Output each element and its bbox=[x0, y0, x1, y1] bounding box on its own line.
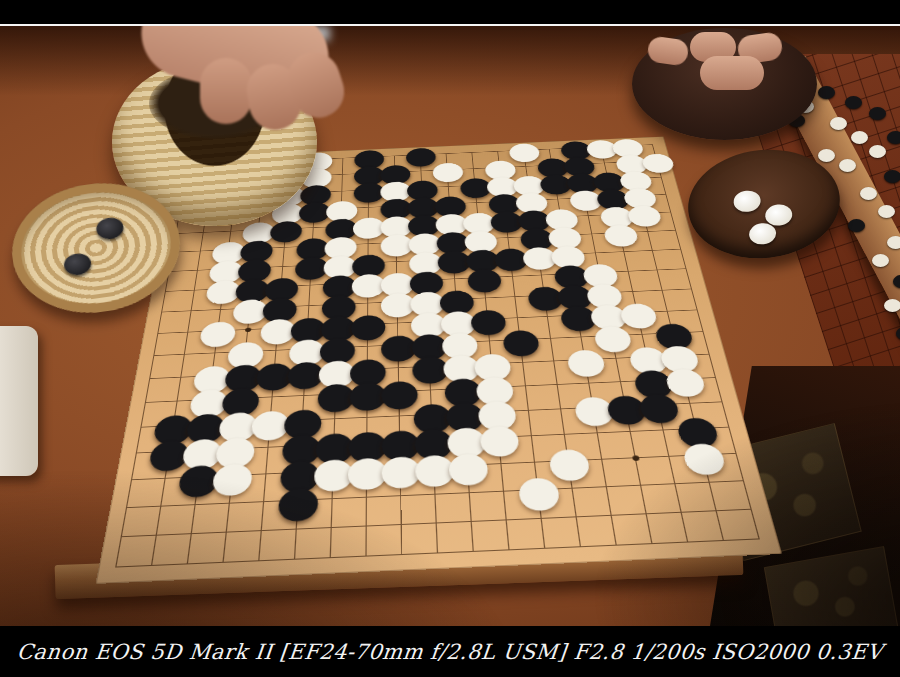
side-white-stone bbox=[872, 254, 889, 267]
star-point bbox=[632, 455, 640, 461]
captured-black-stone[interactable] bbox=[63, 251, 93, 276]
side-white-stone bbox=[860, 187, 877, 200]
side-white-stone bbox=[830, 117, 847, 130]
white-stone[interactable]: ● bbox=[214, 462, 250, 491]
frame-bottom-bar: Canon EOS 5D Mark II [EF24-70mm f/2.8L U… bbox=[0, 626, 900, 677]
side-white-stone bbox=[818, 149, 835, 162]
floral-tile bbox=[764, 546, 898, 626]
side-black-stone bbox=[818, 86, 835, 99]
white-stone[interactable]: ● bbox=[683, 441, 723, 469]
side-black-stone bbox=[887, 131, 900, 144]
captured-white-stone[interactable] bbox=[732, 189, 761, 213]
side-white-stone bbox=[878, 205, 895, 218]
white-stone[interactable]: ● bbox=[568, 348, 603, 372]
side-white-stone bbox=[851, 131, 868, 144]
player-hand bbox=[130, 26, 360, 150]
photo-caption: Canon EOS 5D Mark II [EF24-70mm f/2.8L U… bbox=[16, 640, 884, 664]
side-black-stone bbox=[893, 275, 900, 288]
frame-top-bar bbox=[0, 0, 900, 26]
side-black-stone bbox=[869, 107, 886, 120]
white-cup bbox=[0, 326, 38, 476]
white-stone[interactable]: ● bbox=[520, 475, 558, 505]
side-white-stone bbox=[884, 299, 900, 312]
side-black-stone bbox=[884, 170, 900, 183]
opponent-thumb bbox=[700, 56, 764, 90]
player-finger bbox=[200, 58, 252, 124]
star-point bbox=[245, 328, 251, 333]
side-white-stone bbox=[887, 236, 900, 249]
captured-white-stone[interactable] bbox=[748, 222, 777, 246]
side-white-stone bbox=[839, 159, 856, 172]
side-white-stone bbox=[869, 145, 886, 158]
photo-area: ●●●●●●●●●●●●●●●●●●●●●●●●●●●●●●●●●●●●●●●●… bbox=[0, 26, 900, 626]
side-black-stone bbox=[848, 219, 865, 232]
captured-black-stone[interactable] bbox=[95, 216, 125, 241]
black-stone[interactable]: ● bbox=[280, 486, 316, 516]
white-stone[interactable]: ● bbox=[604, 223, 636, 243]
framed-photo: ●●●●●●●●●●●●●●●●●●●●●●●●●●●●●●●●●●●●●●●●… bbox=[0, 0, 900, 677]
white-stone[interactable]: ● bbox=[450, 451, 485, 480]
side-black-stone bbox=[845, 96, 862, 109]
